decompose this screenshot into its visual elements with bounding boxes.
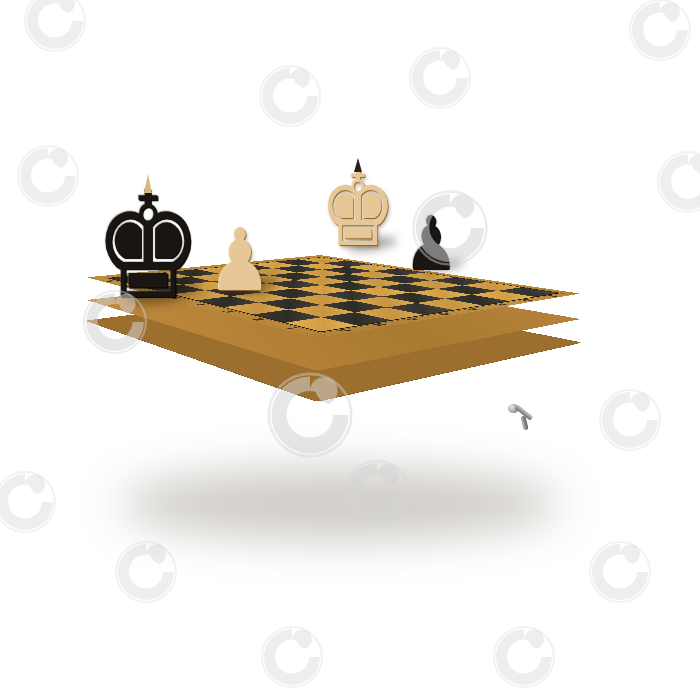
rank-label-2: 2 bbox=[249, 318, 267, 321]
file-label-h: H bbox=[544, 295, 561, 298]
white-king-on-f8[interactable]: ♚ bbox=[320, 157, 396, 261]
swirl-logo-icon bbox=[628, 0, 692, 62]
black-pawn-on-h8[interactable]: ♟ bbox=[404, 206, 458, 280]
swirl-logo-icon bbox=[260, 625, 324, 689]
white-pawn-on-c7[interactable]: ♟ bbox=[208, 217, 271, 303]
rank-label-1: 1 bbox=[282, 326, 301, 330]
swirl-logo-icon bbox=[598, 388, 662, 452]
swirl-logo-icon bbox=[656, 150, 700, 214]
swirl-logo-icon bbox=[492, 625, 556, 689]
file-label-b: B bbox=[370, 323, 389, 327]
file-label-f: F bbox=[492, 303, 508, 306]
file-label-a: A bbox=[334, 328, 354, 332]
file-label-d: D bbox=[434, 312, 453, 315]
file-label-c: C bbox=[403, 317, 422, 320]
swirl-logo-icon bbox=[588, 540, 652, 604]
black-king-finial-icon bbox=[144, 174, 152, 193]
photo-canvas: { "game": "chess", "scene_description": … bbox=[0, 0, 700, 700]
white-king-finial-icon bbox=[354, 158, 362, 172]
rank-label-3: 3 bbox=[219, 310, 236, 313]
black-king-on-a7[interactable]: ♚ bbox=[94, 172, 203, 320]
file-label-g: G bbox=[519, 299, 537, 302]
ground-shadow bbox=[120, 468, 560, 540]
file-label-e: E bbox=[464, 308, 481, 311]
